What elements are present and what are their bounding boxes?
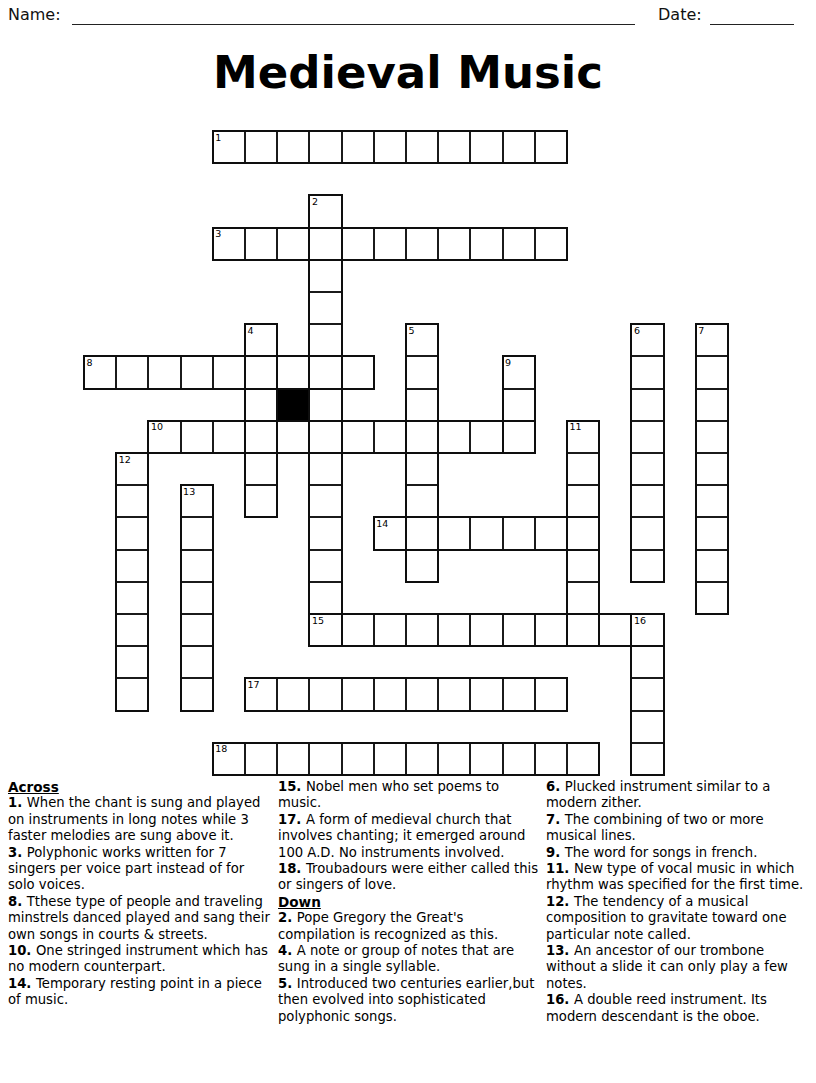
clue-17: 17. A form of medieval church that invol… — [278, 812, 540, 861]
clue-column-3: 6. Plucked instrument similar to a moder… — [546, 779, 812, 1025]
clue-8: 8. Tthese type of people and traveling m… — [8, 894, 274, 943]
clue-7: 7. The combining of two or more musical … — [546, 812, 812, 845]
crossword-cell[interactable] — [245, 228, 277, 260]
clue-16: 16. A double reed instrument. Its modern… — [546, 992, 812, 1025]
clue-11: 11. New type of vocal music in which rhy… — [546, 861, 812, 894]
black-cell — [277, 389, 309, 421]
crossword-cell[interactable] — [277, 356, 309, 388]
clue-number-label: 15. — [278, 779, 306, 794]
clue-5: 5. Introduced two centuries earlier,but … — [278, 976, 540, 1025]
clue-number-label: 7. — [546, 812, 565, 827]
crossword-cell[interactable] — [438, 517, 470, 549]
clue-number-label: 9. — [546, 845, 565, 860]
clue-2: 2. Pope Gregory the Great's compilation … — [278, 910, 540, 943]
crossword-cell[interactable] — [631, 356, 663, 388]
crossword-cell[interactable] — [245, 389, 277, 421]
crossword-cell[interactable] — [116, 582, 148, 614]
crossword-cell[interactable] — [470, 517, 502, 549]
clue-number: 3 — [215, 229, 221, 239]
clue-12: 12. The tendency of a musical compositio… — [546, 894, 812, 943]
clue-number: 11 — [570, 422, 582, 432]
date-blank-line — [710, 3, 794, 25]
crossword-cell[interactable] — [406, 131, 438, 163]
crossword-cell[interactable] — [309, 228, 341, 260]
crossword-cell[interactable] — [181, 582, 213, 614]
crossword-cell[interactable] — [567, 485, 599, 517]
clue-4: 4. A note or group of notes that are sun… — [278, 943, 540, 976]
crossword-worksheet: { "header": { "name_label": "Name:", "da… — [0, 0, 816, 1083]
clue-10: 10. One stringed instrument which has no… — [8, 943, 274, 976]
crossword-cell[interactable] — [631, 678, 663, 710]
crossword-cell[interactable] — [406, 614, 438, 646]
crossword-cell[interactable] — [342, 743, 374, 775]
crossword-cell[interactable] — [567, 517, 599, 549]
clue-number-label: 1. — [8, 795, 27, 810]
crossword-cell[interactable] — [631, 389, 663, 421]
crossword-cell[interactable] — [181, 646, 213, 678]
crossword-cell[interactable] — [277, 131, 309, 163]
crossword-cell[interactable] — [535, 131, 567, 163]
crossword-cell[interactable] — [309, 453, 341, 485]
clue-number: 14 — [376, 519, 388, 529]
clue-number: 6 — [634, 326, 640, 336]
crossword-cell[interactable] — [181, 356, 213, 388]
crossword-cell[interactable] — [696, 421, 728, 453]
crossword-cell[interactable] — [567, 453, 599, 485]
crossword-cell[interactable] — [438, 743, 470, 775]
crossword-cell[interactable] — [696, 550, 728, 582]
clue-number: 8 — [87, 358, 93, 368]
crossword-cell[interactable] — [116, 356, 148, 388]
crossword-cell[interactable] — [438, 614, 470, 646]
crossword-cell[interactable] — [181, 614, 213, 646]
clue-number: 7 — [698, 326, 704, 336]
crossword-cell[interactable] — [535, 678, 567, 710]
clue-13: 13. An ancestor of our trombone without … — [546, 943, 812, 992]
crossword-cell[interactable] — [567, 743, 599, 775]
crossword-cell[interactable] — [116, 614, 148, 646]
crossword-cell[interactable] — [245, 485, 277, 517]
crossword-cell[interactable] — [470, 131, 502, 163]
crossword-cell[interactable] — [535, 517, 567, 549]
clue-section-header: Down — [278, 894, 540, 910]
crossword-cell[interactable] — [406, 453, 438, 485]
crossword-cell[interactable] — [470, 421, 502, 453]
crossword-cell[interactable] — [148, 356, 180, 388]
crossword-cell[interactable] — [309, 582, 341, 614]
crossword-cell[interactable] — [309, 517, 341, 549]
crossword-cell[interactable] — [503, 517, 535, 549]
crossword-cell[interactable] — [631, 646, 663, 678]
crossword-cell[interactable] — [374, 614, 406, 646]
crossword-cell[interactable] — [181, 421, 213, 453]
crossword-cell[interactable] — [438, 678, 470, 710]
crossword-cell[interactable] — [631, 743, 663, 775]
crossword-cell[interactable] — [245, 356, 277, 388]
clue-number-label: 8. — [8, 894, 27, 909]
clue-14: 14. Temporary resting point in a piece o… — [8, 976, 274, 1009]
clue-number-label: 14. — [8, 976, 36, 991]
clue-number: 18 — [215, 744, 227, 754]
clue-number-label: 12. — [546, 894, 574, 909]
crossword-cell[interactable] — [309, 550, 341, 582]
clue-9: 9. The word for songs in french. — [546, 845, 812, 861]
crossword-cell[interactable] — [696, 517, 728, 549]
crossword-cell[interactable] — [181, 550, 213, 582]
crossword-cell[interactable] — [631, 711, 663, 743]
crossword-cell[interactable] — [277, 421, 309, 453]
crossword-cell[interactable] — [438, 421, 470, 453]
crossword-cell[interactable] — [567, 582, 599, 614]
crossword-cell[interactable] — [277, 743, 309, 775]
crossword-cell[interactable] — [406, 228, 438, 260]
crossword-cell[interactable] — [309, 485, 341, 517]
name-label: Name: — [8, 5, 61, 24]
clue-number-label: 13. — [546, 943, 574, 958]
crossword-cell[interactable] — [245, 453, 277, 485]
crossword-cell[interactable] — [503, 743, 535, 775]
crossword-cell[interactable] — [245, 131, 277, 163]
crossword-cell[interactable] — [181, 517, 213, 549]
crossword-cell[interactable] — [309, 743, 341, 775]
crossword-cell[interactable] — [374, 131, 406, 163]
crossword-cell[interactable] — [309, 260, 341, 292]
clue-number: 17 — [248, 680, 260, 690]
crossword-cell[interactable] — [631, 485, 663, 517]
clue-number-label: 10. — [8, 943, 36, 958]
crossword-cell[interactable] — [470, 678, 502, 710]
crossword-cell[interactable] — [116, 550, 148, 582]
clue-number-label: 18. — [278, 861, 306, 876]
crossword-cell[interactable] — [277, 678, 309, 710]
crossword-cell[interactable] — [309, 131, 341, 163]
crossword-cell[interactable] — [406, 678, 438, 710]
crossword-cell[interactable] — [309, 356, 341, 388]
crossword-cell[interactable] — [631, 550, 663, 582]
crossword-cell[interactable] — [567, 550, 599, 582]
crossword-cell[interactable] — [535, 614, 567, 646]
crossword-cell[interactable] — [503, 228, 535, 260]
date-label: Date: — [658, 5, 702, 24]
crossword-cell[interactable] — [374, 678, 406, 710]
crossword-cell[interactable] — [342, 614, 374, 646]
crossword-cell[interactable] — [374, 743, 406, 775]
crossword-cell[interactable] — [406, 550, 438, 582]
crossword-cell[interactable] — [438, 228, 470, 260]
crossword-cell[interactable] — [696, 453, 728, 485]
crossword-cell[interactable] — [374, 228, 406, 260]
clue-column-2: 15. Nobel men who set poems to music.17.… — [278, 779, 540, 1025]
crossword-cell[interactable] — [116, 517, 148, 549]
crossword-cell[interactable] — [696, 356, 728, 388]
crossword-cell[interactable] — [342, 678, 374, 710]
crossword-cell[interactable] — [535, 228, 567, 260]
clue-number: 12 — [119, 455, 131, 465]
crossword-cell[interactable] — [535, 743, 567, 775]
crossword-cell[interactable] — [116, 485, 148, 517]
clue-number-label: 16. — [546, 992, 574, 1007]
crossword-cell[interactable] — [342, 228, 374, 260]
crossword-cell[interactable] — [309, 292, 341, 324]
clue-number-label: 17. — [278, 812, 306, 827]
clue-number: 4 — [248, 326, 254, 336]
clue-1: 1. When the chant is sung and played on … — [8, 795, 274, 844]
crossword-cell[interactable] — [567, 614, 599, 646]
clue-number-label: 4. — [278, 943, 297, 958]
crossword-cell[interactable] — [309, 389, 341, 421]
crossword-cell[interactable] — [406, 517, 438, 549]
crossword-cell[interactable] — [116, 678, 148, 710]
crossword-cell[interactable] — [374, 421, 406, 453]
clue-number: 2 — [312, 197, 318, 207]
crossword-cell[interactable] — [277, 228, 309, 260]
clue-number: 1 — [215, 133, 221, 143]
clue-section-header: Across — [8, 779, 274, 795]
crossword-cell[interactable] — [696, 389, 728, 421]
crossword-cell[interactable] — [406, 356, 438, 388]
crossword-cell[interactable] — [503, 678, 535, 710]
crossword-cell[interactable] — [342, 356, 374, 388]
crossword-cell[interactable] — [470, 228, 502, 260]
crossword-cell[interactable] — [245, 421, 277, 453]
crossword-cell[interactable] — [696, 485, 728, 517]
crossword-cell[interactable] — [342, 131, 374, 163]
crossword-cell[interactable] — [342, 421, 374, 453]
crossword-cell[interactable] — [503, 389, 535, 421]
crossword-cell[interactable] — [631, 453, 663, 485]
crossword-cell[interactable] — [309, 421, 341, 453]
clue-number-label: 6. — [546, 779, 565, 794]
crossword-cell[interactable] — [470, 614, 502, 646]
crossword-cell[interactable] — [406, 485, 438, 517]
crossword-cell[interactable] — [503, 131, 535, 163]
crossword-cell[interactable] — [406, 743, 438, 775]
crossword-cell[interactable] — [696, 582, 728, 614]
crossword-cell[interactable] — [245, 743, 277, 775]
page-title: Medieval Music — [0, 46, 816, 99]
clue-number: 10 — [151, 422, 163, 432]
clue-number-label: 11. — [546, 861, 574, 876]
clue-column-1: Across1. When the chant is sung and play… — [8, 779, 274, 1009]
crossword-cell[interactable] — [116, 646, 148, 678]
clue-3: 3. Polyphonic works written for 7 singer… — [8, 845, 274, 894]
clue-number-label: 2. — [278, 910, 297, 925]
crossword-cell[interactable] — [599, 614, 631, 646]
clue-18: 18. Troubadours were either called this … — [278, 861, 540, 894]
crossword-cell[interactable] — [309, 324, 341, 356]
name-blank-line — [72, 3, 635, 25]
crossword-cell[interactable] — [503, 421, 535, 453]
crossword-cell[interactable] — [309, 678, 341, 710]
crossword-cell[interactable] — [406, 421, 438, 453]
crossword-grid: 138101415171824567911121316 — [84, 131, 730, 777]
crossword-cell[interactable] — [181, 678, 213, 710]
crossword-cell[interactable] — [213, 421, 245, 453]
crossword-cell[interactable] — [631, 421, 663, 453]
clue-number: 9 — [505, 358, 511, 368]
crossword-cell[interactable] — [470, 743, 502, 775]
clue-number: 16 — [634, 616, 646, 626]
crossword-cell[interactable] — [406, 389, 438, 421]
clue-number-label: 3. — [8, 845, 27, 860]
crossword-cell[interactable] — [503, 614, 535, 646]
clue-number: 5 — [409, 326, 415, 336]
clue-6: 6. Plucked instrument similar to a moder… — [546, 779, 812, 812]
clue-number-label: 5. — [278, 976, 297, 991]
clue-number: 13 — [183, 487, 195, 497]
crossword-cell[interactable] — [631, 517, 663, 549]
clue-number: 15 — [312, 616, 324, 626]
crossword-cell[interactable] — [438, 131, 470, 163]
crossword-cell[interactable] — [213, 356, 245, 388]
clue-15: 15. Nobel men who set poems to music. — [278, 779, 540, 812]
